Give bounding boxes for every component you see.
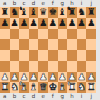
piece-white-chancellor[interactable]: ♜♞ (67, 82, 77, 93)
square-h6[interactable] (67, 29, 77, 40)
square-e3[interactable] (38, 61, 48, 72)
file-label-c: c (19, 93, 29, 100)
white-archbishop-knight-overlay-icon: ♞ (19, 81, 23, 86)
piece-black-pawn[interactable]: ♟ (77, 18, 87, 29)
square-i4[interactable] (77, 50, 87, 61)
square-g5[interactable] (58, 39, 68, 50)
piece-white-knight[interactable]: ♞ (77, 82, 87, 93)
square-f3[interactable] (48, 61, 58, 72)
square-a7[interactable]: ♟ (0, 18, 10, 29)
square-a3[interactable] (0, 61, 10, 72)
piece-black-pawn[interactable]: ♟ (10, 18, 20, 29)
square-d1[interactable]: ♝ (29, 82, 39, 93)
square-j1[interactable]: ♜ (86, 82, 96, 93)
square-h7[interactable]: ♟ (67, 18, 77, 29)
square-e5[interactable] (38, 39, 48, 50)
file-label-d: d (29, 93, 39, 100)
square-e6[interactable] (38, 29, 48, 40)
black-chancellor-knight-overlay-icon: ♞ (67, 6, 71, 11)
square-j6[interactable] (86, 29, 96, 40)
piece-white-bishop[interactable]: ♝ (29, 82, 39, 93)
square-g3[interactable] (58, 61, 68, 72)
square-i5[interactable] (77, 39, 87, 50)
file-label-f: f (48, 93, 58, 100)
square-b6[interactable] (10, 29, 20, 40)
square-d4[interactable] (29, 50, 39, 61)
square-d6[interactable] (29, 29, 39, 40)
square-a6[interactable] (0, 29, 10, 40)
file-label-i: i (77, 93, 87, 100)
file-label-a: a (0, 93, 10, 100)
square-h3[interactable] (67, 61, 77, 72)
piece-black-pawn[interactable]: ♟ (29, 18, 39, 29)
square-a5[interactable] (0, 39, 10, 50)
square-j7[interactable]: ♟ (86, 18, 96, 29)
square-d3[interactable] (29, 61, 39, 72)
piece-black-pawn[interactable]: ♟ (86, 18, 96, 29)
file-label-b: b (10, 93, 20, 100)
square-g7[interactable]: ♟ (58, 18, 68, 29)
piece-white-rook[interactable]: ♜ (86, 82, 96, 93)
square-g4[interactable] (58, 50, 68, 61)
square-i7[interactable]: ♟ (77, 18, 87, 29)
square-c5[interactable] (19, 39, 29, 50)
board: ♜♞♝♞♝♛♚♝♜♞♞♜♟♟♟♟♟♟♟♟♟♟♟♟♟♟♟♟♟♟♟♟♜♞♝♞♝♛♚♝… (0, 7, 96, 93)
square-e7[interactable]: ♟ (38, 18, 48, 29)
square-c4[interactable] (19, 50, 29, 61)
white-chancellor-knight-overlay-icon: ♞ (67, 81, 71, 86)
square-b7[interactable]: ♟ (10, 18, 20, 29)
square-j4[interactable] (86, 50, 96, 61)
square-i6[interactable] (77, 29, 87, 40)
piece-black-pawn[interactable]: ♟ (0, 18, 10, 29)
file-label-e: e (38, 93, 48, 100)
square-f5[interactable] (48, 39, 58, 50)
square-f4[interactable] (48, 50, 58, 61)
square-d7[interactable]: ♟ (29, 18, 39, 29)
square-h4[interactable] (67, 50, 77, 61)
piece-black-pawn[interactable]: ♟ (67, 18, 77, 29)
square-f6[interactable] (48, 29, 58, 40)
piece-black-pawn[interactable]: ♟ (19, 18, 29, 29)
file-labels-bottom: abcdefghij (0, 93, 96, 100)
file-label-g: g (58, 93, 68, 100)
square-h1[interactable]: ♜♞ (67, 82, 77, 93)
square-f7[interactable]: ♟ (48, 18, 58, 29)
square-h5[interactable] (67, 39, 77, 50)
square-j5[interactable] (86, 39, 96, 50)
square-a4[interactable] (0, 50, 10, 61)
square-i1[interactable]: ♞ (77, 82, 87, 93)
square-c6[interactable] (19, 29, 29, 40)
square-a1[interactable]: ♜ (0, 82, 10, 93)
square-e1[interactable]: ♛ (38, 82, 48, 93)
piece-black-pawn[interactable]: ♟ (38, 18, 48, 29)
square-b3[interactable] (10, 61, 20, 72)
piece-white-rook[interactable]: ♜ (0, 82, 10, 93)
piece-black-pawn[interactable]: ♟ (48, 18, 58, 29)
right-margin (96, 0, 100, 100)
square-i3[interactable] (77, 61, 87, 72)
square-e4[interactable] (38, 50, 48, 61)
square-b4[interactable] (10, 50, 20, 61)
piece-white-archbishop[interactable]: ♝♞ (19, 82, 29, 93)
piece-white-queen[interactable]: ♛ (38, 82, 48, 93)
file-label-j: j (86, 93, 96, 100)
file-label-h: h (67, 93, 77, 100)
square-g6[interactable] (58, 29, 68, 40)
square-j3[interactable] (86, 61, 96, 72)
piece-white-king[interactable]: ♚ (48, 82, 58, 93)
chess-board-app: abcdefghij ♜♞♝♞♝♛♚♝♜♞♞♜♟♟♟♟♟♟♟♟♟♟♟♟♟♟♟♟♟… (0, 0, 100, 100)
square-b5[interactable] (10, 39, 20, 50)
square-c7[interactable]: ♟ (19, 18, 29, 29)
square-d5[interactable] (29, 39, 39, 50)
square-f1[interactable]: ♚ (48, 82, 58, 93)
piece-black-pawn[interactable]: ♟ (58, 18, 68, 29)
square-c1[interactable]: ♝♞ (19, 82, 29, 93)
square-c3[interactable] (19, 61, 29, 72)
black-archbishop-knight-overlay-icon: ♞ (19, 6, 23, 11)
